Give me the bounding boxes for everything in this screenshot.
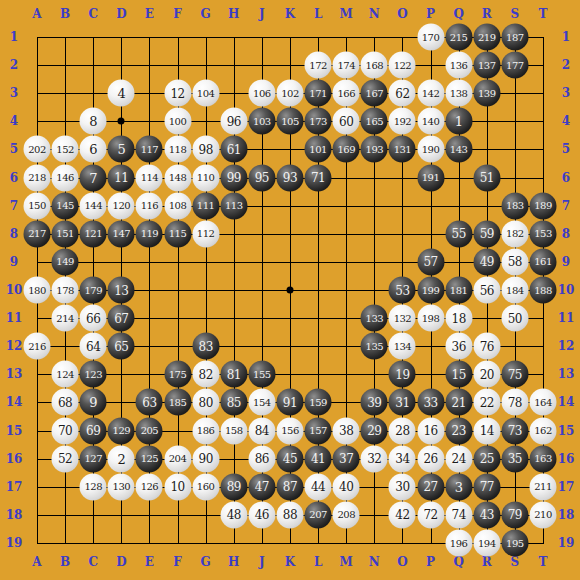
stone-P5[interactable]: 190 [417,136,444,163]
stone-Q14[interactable]: 21 [445,389,472,416]
stone-R2[interactable]: 137 [473,52,500,79]
stone-Q16[interactable]: 24 [445,445,472,472]
stone-C6[interactable]: 7 [80,164,107,191]
coord-label-right-11: 11 [558,312,575,324]
stone-C15[interactable]: 69 [80,417,107,444]
stone-Q5[interactable]: 143 [445,136,472,163]
coord-label-right-18: 18 [558,509,575,521]
stone-P11[interactable]: 198 [417,305,444,332]
coord-label-right-14: 14 [558,396,575,408]
stone-S10[interactable]: 184 [501,277,528,304]
stone-O16[interactable]: 34 [389,445,416,472]
stone-O2[interactable]: 122 [389,52,416,79]
stone-M17[interactable]: 40 [333,473,360,500]
stone-R12[interactable]: 76 [473,333,500,360]
stone-S19[interactable]: 195 [501,530,528,557]
stone-M5[interactable]: 169 [333,136,360,163]
stone-B16[interactable]: 52 [52,445,79,472]
stone-N3[interactable]: 167 [361,80,388,107]
stone-M15[interactable]: 38 [333,417,360,444]
move-number: 31 [395,396,409,408]
stone-E16[interactable]: 125 [136,445,163,472]
coord-label-right-2: 2 [562,59,570,71]
stone-O4[interactable]: 192 [389,108,416,135]
stone-J4[interactable]: 103 [248,108,275,135]
move-number: 153 [534,229,552,239]
stone-P1[interactable]: 170 [417,24,444,51]
stone-D6[interactable]: 11 [108,164,135,191]
move-number: 189 [534,201,552,211]
coord-label-top-J: J [259,8,265,20]
stone-T10[interactable]: 188 [530,277,557,304]
move-number: 67 [114,312,128,324]
move-number: 46 [255,509,269,521]
move-number: 124 [56,369,74,379]
stone-C5[interactable]: 6 [80,136,107,163]
stone-K17[interactable]: 87 [277,473,304,500]
stone-K14[interactable]: 91 [277,389,304,416]
stone-C4[interactable]: 8 [80,108,107,135]
move-number: 134 [394,341,412,351]
move-number: 208 [337,510,355,520]
coord-label-top-T: T [539,8,548,20]
coord-label-top-F: F [173,8,182,20]
move-number: 136 [450,60,468,70]
coord-label-bottom-L: L [314,556,322,568]
stone-L17[interactable]: 44 [305,473,332,500]
stone-A6[interactable]: 218 [24,164,51,191]
stone-S8[interactable]: 182 [501,220,528,247]
move-number: 129 [113,426,131,436]
stone-S11[interactable]: 50 [501,305,528,332]
move-number: 96 [227,115,241,127]
stone-L16[interactable]: 41 [305,445,332,472]
stone-B7[interactable]: 145 [52,192,79,219]
stone-L3[interactable]: 171 [305,80,332,107]
coord-label-left-18: 18 [6,509,23,521]
stone-C13[interactable]: 123 [80,361,107,388]
coord-label-left-5: 5 [10,143,18,155]
stone-D3[interactable]: 4 [108,80,135,107]
stone-L5[interactable]: 101 [305,136,332,163]
stone-L14[interactable]: 159 [305,389,332,416]
move-number: 88 [283,509,297,521]
stone-B15[interactable]: 70 [52,417,79,444]
coord-label-top-B: B [60,8,70,20]
stone-D11[interactable]: 67 [108,305,135,332]
stone-C7[interactable]: 144 [80,192,107,219]
coord-label-top-A: A [32,8,41,20]
coord-label-bottom-D: D [116,556,126,568]
move-number: 18 [452,312,466,324]
move-number: 41 [311,453,325,465]
stone-Q4[interactable]: 1 [445,108,472,135]
coord-label-top-L: L [314,8,322,20]
stone-M2[interactable]: 174 [333,52,360,79]
stone-O15[interactable]: 28 [389,417,416,444]
stone-N14[interactable]: 39 [361,389,388,416]
stone-Q11[interactable]: 18 [445,305,472,332]
move-number: 192 [394,116,412,126]
stone-T15[interactable]: 162 [530,417,557,444]
stone-P14[interactable]: 33 [417,389,444,416]
stone-B13[interactable]: 124 [52,361,79,388]
stone-Q10[interactable]: 181 [445,277,472,304]
move-number: 163 [534,454,552,464]
coord-label-right-16: 16 [558,453,575,465]
stone-H14[interactable]: 85 [220,389,247,416]
move-number: 19 [395,368,409,380]
move-number: 156 [281,426,299,436]
stone-G14[interactable]: 80 [192,389,219,416]
stone-D15[interactable]: 129 [108,417,135,444]
stone-J17[interactable]: 47 [248,473,275,500]
stone-L4[interactable]: 173 [305,108,332,135]
coord-label-right-19: 19 [558,537,575,549]
coord-label-left-7: 7 [10,200,18,212]
stone-O11[interactable]: 132 [389,305,416,332]
move-number: 183 [506,201,524,211]
move-number: 218 [28,173,46,183]
stone-C11[interactable]: 66 [80,305,107,332]
move-number: 135 [366,341,384,351]
stone-E14[interactable]: 63 [136,389,163,416]
stone-Q8[interactable]: 55 [445,220,472,247]
stone-D7[interactable]: 120 [108,192,135,219]
move-number: 182 [506,229,524,239]
move-number: 7 [89,171,97,184]
stone-P9[interactable]: 57 [417,248,444,275]
stone-T14[interactable]: 164 [530,389,557,416]
stone-G7[interactable]: 111 [192,192,219,219]
stone-M16[interactable]: 37 [333,445,360,472]
stone-Q13[interactable]: 15 [445,361,472,388]
stone-G3[interactable]: 104 [192,80,219,107]
stone-G15[interactable]: 186 [192,417,219,444]
move-number: 102 [281,88,299,98]
stone-F17[interactable]: 10 [164,473,191,500]
stone-D16[interactable]: 2 [108,445,135,472]
stone-T18[interactable]: 210 [530,501,557,528]
move-number: 179 [84,285,102,295]
stone-J14[interactable]: 154 [248,389,275,416]
coord-label-top-S: S [511,8,520,20]
move-number: 126 [141,482,159,492]
stone-F5[interactable]: 118 [164,136,191,163]
move-number: 47 [255,481,269,493]
stone-R15[interactable]: 14 [473,417,500,444]
stone-Q17[interactable]: 3 [445,473,472,500]
stone-D17[interactable]: 130 [108,473,135,500]
move-number: 11 [114,172,128,184]
stone-K4[interactable]: 105 [277,108,304,135]
stone-R13[interactable]: 20 [473,361,500,388]
move-number: 10 [170,481,184,493]
coord-label-bottom-P: P [426,556,435,568]
stone-R9[interactable]: 49 [473,248,500,275]
stone-C12[interactable]: 64 [80,333,107,360]
stone-E15[interactable]: 205 [136,417,163,444]
stone-L2[interactable]: 172 [305,52,332,79]
stone-C10[interactable]: 179 [80,277,107,304]
move-number: 170 [422,32,440,42]
stone-J16[interactable]: 86 [248,445,275,472]
move-number: 142 [422,88,440,98]
stone-Q1[interactable]: 215 [445,24,472,51]
stone-S15[interactable]: 73 [501,417,528,444]
stone-K15[interactable]: 156 [277,417,304,444]
stone-K6[interactable]: 93 [277,164,304,191]
stone-O14[interactable]: 31 [389,389,416,416]
stone-R18[interactable]: 43 [473,501,500,528]
stone-C17[interactable]: 128 [80,473,107,500]
stone-C16[interactable]: 127 [80,445,107,472]
stone-S1[interactable]: 187 [501,24,528,51]
stone-B14[interactable]: 68 [52,389,79,416]
move-number: 115 [169,229,187,239]
stone-O17[interactable]: 30 [389,473,416,500]
stone-B8[interactable]: 151 [52,220,79,247]
stone-B5[interactable]: 152 [52,136,79,163]
stone-D12[interactable]: 65 [108,333,135,360]
move-number: 42 [395,509,409,521]
stone-K18[interactable]: 88 [277,501,304,528]
stone-G16[interactable]: 90 [192,445,219,472]
stone-J6[interactable]: 95 [248,164,275,191]
stone-P17[interactable]: 27 [417,473,444,500]
stone-O5[interactable]: 131 [389,136,416,163]
stone-G6[interactable]: 110 [192,164,219,191]
stone-Q12[interactable]: 36 [445,333,472,360]
coord-label-right-6: 6 [562,172,570,184]
stone-P15[interactable]: 16 [417,417,444,444]
move-number: 159 [309,397,327,407]
stone-Q3[interactable]: 138 [445,80,472,107]
stone-G5[interactable]: 98 [192,136,219,163]
stone-B9[interactable]: 149 [52,248,79,275]
stone-E6[interactable]: 114 [136,164,163,191]
stone-A7[interactable]: 150 [24,192,51,219]
move-number: 219 [478,32,496,42]
stone-F3[interactable]: 12 [164,80,191,107]
stone-S16[interactable]: 35 [501,445,528,472]
coord-label-left-19: 19 [6,537,23,549]
stone-N11[interactable]: 133 [361,305,388,332]
coord-label-right-4: 4 [562,115,570,127]
move-number: 147 [113,229,131,239]
stone-H18[interactable]: 48 [220,501,247,528]
move-number: 61 [227,143,241,155]
stone-Q18[interactable]: 74 [445,501,472,528]
move-number: 139 [478,88,496,98]
stone-N2[interactable]: 168 [361,52,388,79]
stone-N16[interactable]: 32 [361,445,388,472]
stone-H13[interactable]: 81 [220,361,247,388]
stone-H4[interactable]: 96 [220,108,247,135]
stone-P3[interactable]: 142 [417,80,444,107]
stone-S18[interactable]: 79 [501,501,528,528]
stone-O12[interactable]: 134 [389,333,416,360]
stone-H6[interactable]: 99 [220,164,247,191]
stone-P4[interactable]: 140 [417,108,444,135]
stone-D5[interactable]: 5 [108,136,135,163]
stone-C14[interactable]: 9 [80,389,107,416]
stone-N15[interactable]: 29 [361,417,388,444]
stone-F13[interactable]: 175 [164,361,191,388]
stone-K16[interactable]: 45 [277,445,304,472]
move-number: 99 [227,172,241,184]
stone-G12[interactable]: 83 [192,333,219,360]
coord-label-bottom-C: C [88,556,98,568]
stone-S14[interactable]: 78 [501,389,528,416]
move-number: 5 [117,143,125,156]
stone-F16[interactable]: 204 [164,445,191,472]
stone-A8[interactable]: 217 [24,220,51,247]
move-number: 148 [169,173,187,183]
stone-E5[interactable]: 117 [136,136,163,163]
stone-P6[interactable]: 191 [417,164,444,191]
stone-J15[interactable]: 84 [248,417,275,444]
stone-K3[interactable]: 102 [277,80,304,107]
coord-label-right-15: 15 [558,425,575,437]
stone-A10[interactable]: 180 [24,277,51,304]
stone-F8[interactable]: 115 [164,220,191,247]
move-number: 211 [534,482,552,492]
stone-G8[interactable]: 112 [192,220,219,247]
stone-N12[interactable]: 135 [361,333,388,360]
stone-H15[interactable]: 158 [220,417,247,444]
move-number: 85 [227,396,241,408]
move-number: 128 [84,482,102,492]
stone-Q19[interactable]: 196 [445,530,472,557]
stone-F14[interactable]: 185 [164,389,191,416]
stone-P16[interactable]: 26 [417,445,444,472]
stone-Q2[interactable]: 136 [445,52,472,79]
move-number: 45 [283,453,297,465]
stone-A12[interactable]: 216 [24,333,51,360]
coord-label-bottom-J: J [259,556,265,568]
stone-S7[interactable]: 183 [501,192,528,219]
move-number: 217 [28,229,46,239]
stone-N5[interactable]: 193 [361,136,388,163]
move-number: 105 [281,116,299,126]
stone-G13[interactable]: 82 [192,361,219,388]
stone-H7[interactable]: 113 [220,192,247,219]
stone-F6[interactable]: 148 [164,164,191,191]
stone-R1[interactable]: 219 [473,24,500,51]
stone-F4[interactable]: 100 [164,108,191,135]
stone-R17[interactable]: 77 [473,473,500,500]
stone-H5[interactable]: 61 [220,136,247,163]
stone-L6[interactable]: 71 [305,164,332,191]
stone-R16[interactable]: 25 [473,445,500,472]
move-number: 103 [253,116,271,126]
stone-R6[interactable]: 51 [473,164,500,191]
stone-D8[interactable]: 147 [108,220,135,247]
move-number: 114 [141,173,159,183]
coord-label-left-10: 10 [6,284,23,296]
move-number: 44 [311,481,325,493]
stone-R14[interactable]: 22 [473,389,500,416]
move-number: 191 [422,173,440,183]
coord-label-right-5: 5 [562,143,570,155]
stone-O18[interactable]: 42 [389,501,416,528]
stone-J13[interactable]: 155 [248,361,275,388]
coord-label-right-7: 7 [562,200,570,212]
move-number: 195 [506,538,524,548]
move-number: 68 [58,396,72,408]
stone-B10[interactable]: 178 [52,277,79,304]
stone-E7[interactable]: 116 [136,192,163,219]
coord-label-left-6: 6 [10,172,18,184]
stone-H17[interactable]: 89 [220,473,247,500]
stone-T16[interactable]: 163 [530,445,557,472]
stone-A5[interactable]: 202 [24,136,51,163]
stone-E8[interactable]: 119 [136,220,163,247]
coord-label-right-9: 9 [562,256,570,268]
stone-P10[interactable]: 199 [417,277,444,304]
stone-J18[interactable]: 46 [248,501,275,528]
coord-label-left-2: 2 [10,59,18,71]
stone-T17[interactable]: 211 [530,473,557,500]
move-number: 185 [169,397,187,407]
stone-C8[interactable]: 121 [80,220,107,247]
stone-P18[interactable]: 72 [417,501,444,528]
stone-R8[interactable]: 59 [473,220,500,247]
stone-T8[interactable]: 153 [530,220,557,247]
move-number: 210 [534,510,552,520]
move-number: 87 [283,481,297,493]
coord-label-left-3: 3 [10,87,18,99]
coord-label-bottom-S: S [511,556,520,568]
stone-T9[interactable]: 161 [530,248,557,275]
stone-D10[interactable]: 13 [108,277,135,304]
stone-S2[interactable]: 177 [501,52,528,79]
stone-N4[interactable]: 165 [361,108,388,135]
stone-M3[interactable]: 166 [333,80,360,107]
coord-label-top-C: C [88,8,98,20]
go-board-diagram: AABBCCDDEEFFGGHHJJKKLLMMNNOOPPQQRRSSTT11… [0,0,580,580]
coord-label-left-4: 4 [10,115,18,127]
move-number: 125 [141,454,159,464]
move-number: 215 [450,32,468,42]
stone-O13[interactable]: 19 [389,361,416,388]
stone-S9[interactable]: 58 [501,248,528,275]
stone-E17[interactable]: 126 [136,473,163,500]
stone-T7[interactable]: 189 [530,192,557,219]
stone-M18[interactable]: 208 [333,501,360,528]
stone-O10[interactable]: 53 [389,277,416,304]
move-number: 108 [169,201,187,211]
stone-R3[interactable]: 139 [473,80,500,107]
coord-label-right-17: 17 [558,481,575,493]
stone-L18[interactable]: 207 [305,501,332,528]
stone-M4[interactable]: 60 [333,108,360,135]
stone-R19[interactable]: 194 [473,530,500,557]
stone-G17[interactable]: 160 [192,473,219,500]
stone-Q15[interactable]: 23 [445,417,472,444]
stone-F7[interactable]: 108 [164,192,191,219]
stone-R10[interactable]: 56 [473,277,500,304]
stone-B11[interactable]: 214 [52,305,79,332]
stone-B6[interactable]: 146 [52,164,79,191]
move-number: 118 [169,144,187,154]
stone-O3[interactable]: 62 [389,80,416,107]
stone-L15[interactable]: 157 [305,417,332,444]
move-number: 116 [141,201,159,211]
stone-J3[interactable]: 106 [248,80,275,107]
stone-S13[interactable]: 75 [501,361,528,388]
